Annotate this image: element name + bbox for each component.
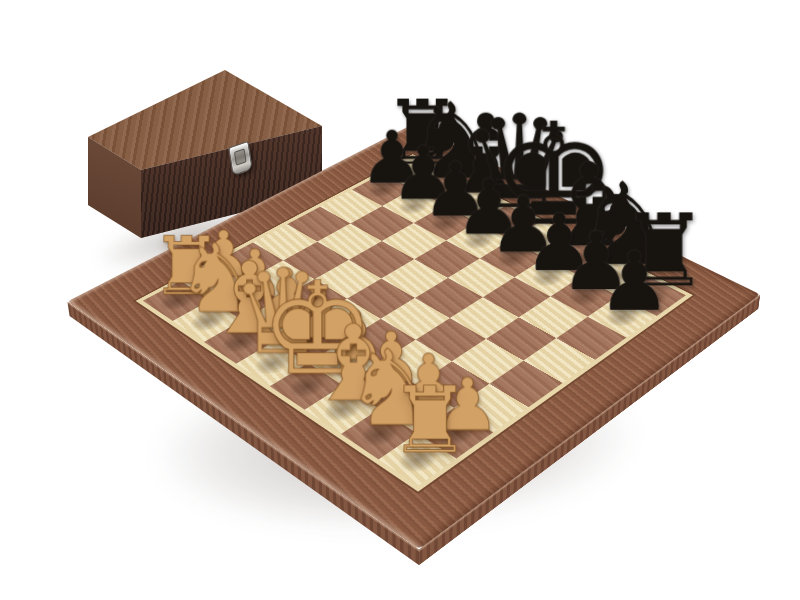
black-knight-b8: ♞ xyxy=(323,89,584,194)
piece-contact-shadow xyxy=(391,441,445,477)
product-photo-stage: ♜♟♟♜♞♟♟♞♝♟♟♝♛♟♟♛♚♟♟♚♝♟♟♝♞♟♟♞♜♟♟♜ xyxy=(0,0,800,600)
piece-contact-shadow xyxy=(191,267,238,294)
board-scene: ♜♟♟♜♞♟♟♞♝♟♟♝♛♟♟♛♚♟♟♚♝♟♟♝♞♟♟♞♜♟♟♜ xyxy=(0,0,800,600)
piece-contact-shadow xyxy=(629,282,675,310)
piece-contact-shadow xyxy=(153,287,201,315)
chess-board: ♜♟♟♜♞♟♟♞♝♟♟♝♛♟♟♛♚♟♟♚♝♟♟♝♞♟♟♞♜♟♟♜ xyxy=(67,125,760,550)
board-grid: ♜♟♟♜♞♟♟♞♝♟♟♝♛♟♟♛♚♟♟♚♝♟♟♝♞♟♟♞♜♟♟♜ xyxy=(143,157,686,485)
piece-contact-shadow xyxy=(429,416,481,451)
black-rook-a8: ♜ xyxy=(294,89,551,178)
square-h7: ♟ xyxy=(588,296,657,338)
piece-contact-shadow xyxy=(253,306,301,335)
piece-contact-shadow xyxy=(423,178,465,201)
board-maple-border: ♜♟♟♜♞♟♟♞♝♟♟♝♛♟♟♛♚♟♟♚♝♟♟♝♞♟♟♞♜♟♟♜ xyxy=(134,154,694,493)
piece-contact-shadow xyxy=(424,211,468,235)
piece-contact-shadow xyxy=(521,227,565,252)
piece-contact-shadow xyxy=(599,302,646,331)
piece-contact-shadow xyxy=(592,263,637,290)
square-h8: ♜ xyxy=(618,276,686,316)
square-a1: ♜ xyxy=(143,281,211,321)
black-king-e8: ♚ xyxy=(416,104,690,245)
